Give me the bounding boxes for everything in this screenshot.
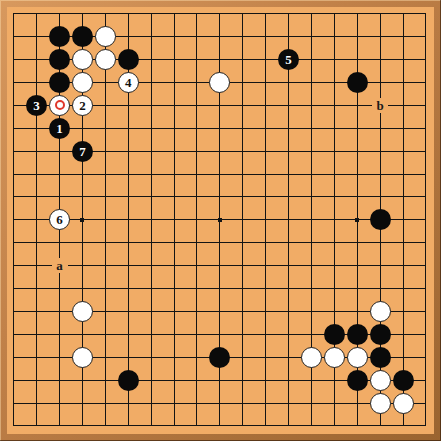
black-stone <box>370 324 391 345</box>
black-stone <box>324 324 345 345</box>
black-stone <box>118 49 139 70</box>
white-stone <box>370 301 391 322</box>
white-stone-move-6: 6 <box>49 209 70 230</box>
grid-line-vertical <box>403 13 404 426</box>
black-stone <box>72 26 93 47</box>
white-stone-red-circle-marked <box>49 95 70 116</box>
black-stone <box>49 72 70 93</box>
star-point <box>80 218 84 222</box>
white-stone <box>95 26 116 47</box>
white-stone <box>72 49 93 70</box>
white-stone <box>72 347 93 368</box>
star-point <box>218 218 222 222</box>
grid-line-vertical <box>425 13 426 426</box>
white-stone <box>393 393 414 414</box>
black-stone <box>347 324 368 345</box>
white-stone-move-2: 2 <box>72 95 93 116</box>
white-stone <box>72 301 93 322</box>
white-stone <box>370 393 391 414</box>
white-stone-move-4: 4 <box>118 72 139 93</box>
black-stone-move-3: 3 <box>26 95 47 116</box>
black-stone-move-7: 7 <box>72 141 93 162</box>
black-stone <box>393 370 414 391</box>
point-label-a: a <box>52 258 68 273</box>
red-circle-mark <box>55 100 65 110</box>
black-stone <box>370 347 391 368</box>
grid-line-horizontal <box>13 403 426 404</box>
grid-line-horizontal <box>13 242 426 243</box>
grid-line-vertical <box>265 13 266 426</box>
white-stone <box>324 347 345 368</box>
black-stone-move-5: 5 <box>278 49 299 70</box>
grid-line-vertical <box>242 13 243 426</box>
board-surface: 5432176 ab <box>7 7 434 434</box>
black-stone-move-1: 1 <box>49 118 70 139</box>
white-stone <box>209 72 230 93</box>
black-stone <box>347 72 368 93</box>
white-stone <box>370 370 391 391</box>
black-stone <box>370 209 391 230</box>
grid-line-horizontal <box>13 288 426 289</box>
white-stone <box>301 347 322 368</box>
grid-line-horizontal <box>13 265 426 266</box>
white-stone <box>72 72 93 93</box>
star-point <box>355 218 359 222</box>
point-label-b: b <box>372 98 388 113</box>
black-stone <box>49 26 70 47</box>
go-board: 5432176 ab <box>0 0 441 441</box>
white-stone <box>95 49 116 70</box>
black-stone <box>347 370 368 391</box>
grid-line-vertical <box>288 13 289 426</box>
grid-line-horizontal <box>13 425 426 426</box>
black-stone <box>49 49 70 70</box>
black-stone <box>209 347 230 368</box>
white-stone <box>347 347 368 368</box>
black-stone <box>118 370 139 391</box>
